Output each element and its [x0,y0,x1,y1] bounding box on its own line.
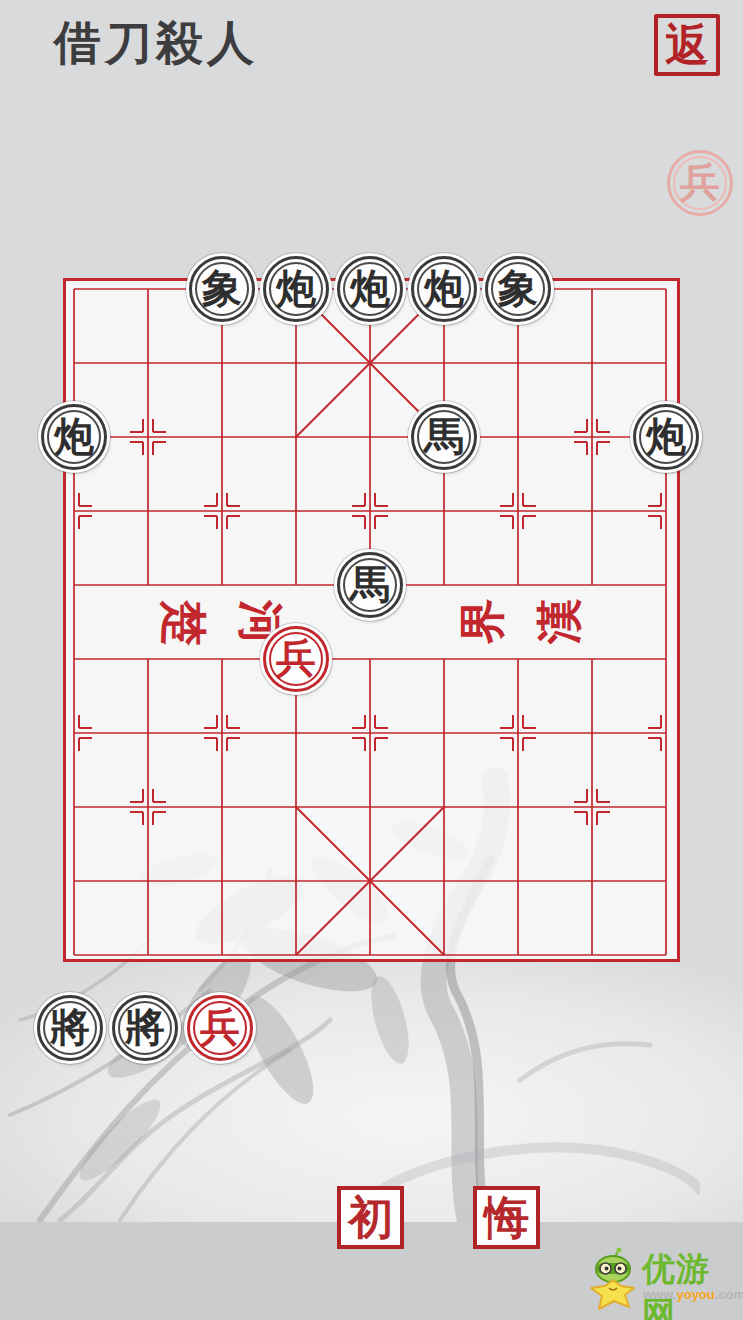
piece-ring: 將 [118,1001,172,1055]
piece-label: 兵 [680,163,720,203]
piece-ring: 馬 [343,558,397,612]
piece-label: 炮 [276,269,316,309]
piece-label: 象 [498,269,538,309]
next-piece-indicator: 兵 [667,150,733,216]
piece-ring: 象 [195,262,249,316]
piece-ring: 象 [491,262,545,316]
piece-ring: 將 [43,1001,97,1055]
piece-general-black[interactable]: 將 [37,995,103,1061]
piece-horse-black[interactable]: 馬 [337,552,403,618]
piece-label: 馬 [350,565,390,605]
piece-label: 兵 [200,1008,240,1048]
piece-ring: 炮 [269,262,323,316]
piece-elephant-black[interactable]: 象 [485,256,551,322]
piece-soldier-red[interactable]: 兵 [263,626,329,692]
piece-label: 將 [50,1008,90,1048]
piece-ring: 兵 [193,1001,247,1055]
mascot-icon [584,1247,642,1313]
piece-label: 象 [202,269,242,309]
piece-ring: 炮 [417,262,471,316]
piece-label: 兵 [276,639,316,679]
game-screen: 借刀殺人 返 兵 楚 河 界 漢 象炮炮炮象炮馬炮馬兵 將將兵 初 悔 [0,0,743,1320]
piece-ring: 兵 [269,632,323,686]
undo-button[interactable]: 悔 [473,1186,540,1249]
piece-label: 炮 [424,269,464,309]
piece-general-black[interactable]: 將 [112,995,178,1061]
xiangqi-board[interactable]: 楚 河 界 漢 象炮炮炮象炮馬炮馬兵 [63,278,680,962]
piece-cannon-black[interactable]: 炮 [411,256,477,322]
piece-soldier-red[interactable]: 兵 [187,995,253,1061]
piece-ring: 炮 [343,262,397,316]
piece-cannon-black[interactable]: 炮 [633,404,699,470]
river-text-jie: 界 [452,598,514,644]
river-text-chu: 楚 [152,600,214,646]
site-logo: 优游网 www.yoyou.com [584,1245,740,1317]
piece-horse-black[interactable]: 馬 [411,404,477,470]
level-title: 借刀殺人 [54,12,258,75]
piece-cannon-black[interactable]: 炮 [41,404,107,470]
logo-site-name: 优游网 [642,1247,740,1320]
river-text-han: 漢 [529,598,591,644]
piece-label: 炮 [350,269,390,309]
piece-elephant-black[interactable]: 象 [189,256,255,322]
piece-ring: 炮 [639,410,693,464]
piece-ring: 炮 [47,410,101,464]
logo-url: www.yoyou.com [643,1287,743,1302]
piece-label: 將 [125,1008,165,1048]
piece-label: 炮 [54,417,94,457]
piece-cannon-black[interactable]: 炮 [263,256,329,322]
piece-ring: 馬 [417,410,471,464]
piece-ring: 兵 [673,156,727,210]
piece-label: 炮 [646,417,686,457]
piece-cannon-black[interactable]: 炮 [337,256,403,322]
piece-label: 馬 [424,417,464,457]
reset-button[interactable]: 初 [337,1186,404,1249]
back-button[interactable]: 返 [654,14,720,76]
